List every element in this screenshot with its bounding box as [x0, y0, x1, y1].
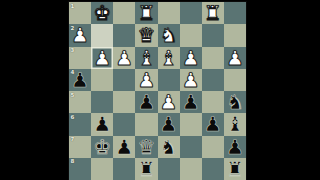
- square-a2[interactable]: [224, 24, 246, 46]
- square-f3[interactable]: ♟: [113, 47, 135, 69]
- square-f7[interactable]: ♟: [113, 136, 135, 158]
- black-pawn-b6[interactable]: ♟: [204, 113, 222, 135]
- white-bishop-e3[interactable]: ♝: [137, 47, 155, 69]
- white-king-g1[interactable]: ♚: [93, 2, 111, 24]
- square-g2[interactable]: [91, 24, 113, 46]
- square-e8[interactable]: ♜: [135, 158, 157, 180]
- square-g6[interactable]: ♟: [91, 113, 113, 135]
- white-rook-b1[interactable]: ♜: [204, 2, 222, 24]
- square-h5[interactable]: 5: [69, 91, 91, 113]
- square-a6[interactable]: ♝: [224, 113, 246, 135]
- square-b7[interactable]: [202, 136, 224, 158]
- black-knight-a5[interactable]: ♞: [226, 91, 244, 113]
- square-f2[interactable]: [113, 24, 135, 46]
- white-queen-e2[interactable]: ♛: [137, 24, 155, 46]
- square-e4[interactable]: ♟: [135, 69, 157, 91]
- black-pawn-a7[interactable]: ♟: [226, 136, 244, 158]
- square-d1[interactable]: [158, 2, 180, 24]
- square-e5[interactable]: ♟: [135, 91, 157, 113]
- square-a5[interactable]: ♞: [224, 91, 246, 113]
- white-pawn-e4[interactable]: ♟: [137, 69, 155, 91]
- white-bishop-d3[interactable]: ♝: [160, 47, 178, 69]
- white-rook-e1[interactable]: ♜: [137, 2, 155, 24]
- square-g4[interactable]: [91, 69, 113, 91]
- square-f8[interactable]: [113, 158, 135, 180]
- white-pawn-c3[interactable]: ♟: [182, 47, 200, 69]
- square-c5[interactable]: ♟: [180, 91, 202, 113]
- square-b1[interactable]: ♜: [202, 2, 224, 24]
- square-d5[interactable]: ♟: [158, 91, 180, 113]
- white-pawn-a3[interactable]: ♟: [226, 47, 244, 69]
- square-g8[interactable]: [91, 158, 113, 180]
- square-c3[interactable]: ♟: [180, 47, 202, 69]
- black-pawn-f7[interactable]: ♟: [115, 136, 133, 158]
- square-d8[interactable]: [158, 158, 180, 180]
- square-d3[interactable]: ♝: [158, 47, 180, 69]
- black-pawn-h4[interactable]: ♟: [71, 69, 89, 91]
- app-window: 1♚♜♜2♟♛♞3♟♟♝♝♟♟4♟♟♟5♟♟♟♞6♟♟♟♝7♚♟♛♞♟8♜♜: [0, 0, 320, 180]
- black-pawn-d6[interactable]: ♟: [160, 113, 178, 135]
- square-e7[interactable]: ♛: [135, 136, 157, 158]
- square-a1[interactable]: [224, 2, 246, 24]
- square-d2[interactable]: ♞: [158, 24, 180, 46]
- square-c2[interactable]: [180, 24, 202, 46]
- square-h1[interactable]: 1: [69, 2, 91, 24]
- square-a7[interactable]: ♟: [224, 136, 246, 158]
- square-c6[interactable]: [180, 113, 202, 135]
- letterbox-right: [246, 0, 320, 180]
- square-c7[interactable]: [180, 136, 202, 158]
- black-rook-a8[interactable]: ♜: [226, 158, 244, 180]
- white-pawn-f3[interactable]: ♟: [115, 47, 133, 69]
- square-b5[interactable]: [202, 91, 224, 113]
- rank-label-6: 6: [71, 114, 75, 120]
- black-bishop-a6[interactable]: ♝: [226, 113, 244, 135]
- white-pawn-d5[interactable]: ♟: [160, 91, 178, 113]
- black-rook-e8[interactable]: ♜: [137, 158, 155, 180]
- square-h3[interactable]: 3: [69, 47, 91, 69]
- square-h2[interactable]: 2♟: [69, 24, 91, 46]
- square-h6[interactable]: 6: [69, 113, 91, 135]
- square-f5[interactable]: [113, 91, 135, 113]
- square-g7[interactable]: ♚: [91, 136, 113, 158]
- square-e3[interactable]: ♝: [135, 47, 157, 69]
- square-d6[interactable]: ♟: [158, 113, 180, 135]
- square-a3[interactable]: ♟: [224, 47, 246, 69]
- white-pawn-h2[interactable]: ♟: [71, 24, 89, 46]
- square-g3[interactable]: ♟: [91, 47, 113, 69]
- white-knight-d2[interactable]: ♞: [160, 24, 178, 46]
- square-g1[interactable]: ♚: [91, 2, 113, 24]
- square-b3[interactable]: [202, 47, 224, 69]
- square-e6[interactable]: [135, 113, 157, 135]
- black-knight-d7[interactable]: ♞: [160, 136, 178, 158]
- square-h7[interactable]: 7: [69, 136, 91, 158]
- square-c4[interactable]: ♟: [180, 69, 202, 91]
- letterbox-left: [0, 0, 69, 180]
- square-e2[interactable]: ♛: [135, 24, 157, 46]
- square-b4[interactable]: [202, 69, 224, 91]
- rank-label-7: 7: [71, 136, 75, 142]
- square-f6[interactable]: [113, 113, 135, 135]
- square-d4[interactable]: [158, 69, 180, 91]
- rank-label-3: 3: [71, 47, 75, 53]
- white-pawn-c4[interactable]: ♟: [182, 69, 200, 91]
- square-a8[interactable]: ♜: [224, 158, 246, 180]
- square-b2[interactable]: [202, 24, 224, 46]
- square-e1[interactable]: ♜: [135, 2, 157, 24]
- rank-label-5: 5: [71, 92, 75, 98]
- black-pawn-e5[interactable]: ♟: [137, 91, 155, 113]
- square-h4[interactable]: 4♟: [69, 69, 91, 91]
- rank-label-8: 8: [71, 158, 75, 164]
- black-king-g7[interactable]: ♚: [93, 136, 111, 158]
- square-h8[interactable]: 8: [69, 158, 91, 180]
- black-pawn-c5[interactable]: ♟: [182, 91, 200, 113]
- square-b6[interactable]: ♟: [202, 113, 224, 135]
- square-c1[interactable]: [180, 2, 202, 24]
- black-pawn-g6[interactable]: ♟: [93, 113, 111, 135]
- square-g5[interactable]: [91, 91, 113, 113]
- square-c8[interactable]: [180, 158, 202, 180]
- rank-label-1: 1: [71, 3, 75, 9]
- black-queen-e7[interactable]: ♛: [137, 136, 155, 158]
- square-a4[interactable]: [224, 69, 246, 91]
- square-f1[interactable]: [113, 2, 135, 24]
- square-f4[interactable]: [113, 69, 135, 91]
- square-b8[interactable]: [202, 158, 224, 180]
- white-pawn-g3[interactable]: ♟: [93, 47, 111, 69]
- chess-board: 1♚♜♜2♟♛♞3♟♟♝♝♟♟4♟♟♟5♟♟♟♞6♟♟♟♝7♚♟♛♞♟8♜♜: [69, 2, 246, 180]
- square-d7[interactable]: ♞: [158, 136, 180, 158]
